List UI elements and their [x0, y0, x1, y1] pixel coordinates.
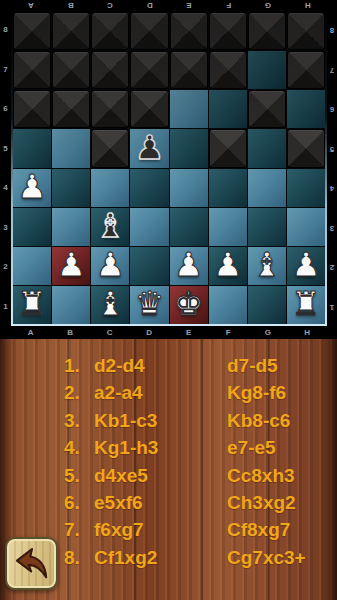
rank-label-6: 6 — [327, 89, 337, 129]
square-f4[interactable] — [209, 169, 247, 207]
move-row-4: 4.Kg1-h3e7-e5 — [64, 434, 337, 461]
rank-label-5: 5 — [327, 129, 337, 169]
file-labels-top: ABCDEFGH — [11, 0, 327, 10]
square-h3[interactable] — [287, 208, 325, 246]
file-label-g: G — [248, 326, 288, 339]
square-a3[interactable] — [13, 208, 51, 246]
piece-white-pawn: ♟ — [17, 170, 47, 205]
move-row-5: 5.d4xe5Cc8xh3 — [64, 462, 337, 489]
file-label-c: C — [90, 326, 130, 339]
file-label-h: H — [288, 0, 328, 10]
rank-label-4: 4 — [327, 168, 337, 208]
square-g7[interactable] — [248, 51, 286, 89]
square-c6[interactable] — [92, 91, 128, 127]
piece-white-pawn: ♟ — [291, 248, 321, 283]
square-d1[interactable]: ♛ — [130, 286, 168, 324]
square-d3[interactable] — [130, 208, 168, 246]
square-e4[interactable] — [170, 169, 208, 207]
square-h1[interactable]: ♜ — [287, 286, 325, 324]
square-f3[interactable] — [209, 208, 247, 246]
square-a6[interactable] — [14, 91, 50, 127]
square-h2[interactable]: ♟ — [287, 247, 325, 285]
piece-white-rook: ♜ — [17, 287, 47, 322]
square-e7[interactable] — [171, 52, 207, 88]
square-h7[interactable] — [288, 52, 324, 88]
move-row-7: 7.f6xg7Cf8xg7 — [64, 516, 337, 543]
square-d2[interactable] — [130, 247, 168, 285]
rank-labels-left: 87654321 — [0, 10, 11, 326]
white-move: Kb1-c3 — [94, 407, 227, 434]
black-move: Cg7xc3+ — [227, 544, 337, 571]
chess-app: ABCDEFGH 87654321 ♟♟♝♟♟♟♟♝♟♜♝♛♚♜ 8765432… — [0, 0, 337, 600]
piece-white-pawn: ♟ — [96, 248, 126, 283]
chess-board: ♟♟♝♟♟♟♟♝♟♜♝♛♚♜ — [13, 12, 325, 324]
square-c2[interactable]: ♟ — [91, 247, 129, 285]
file-label-e: E — [169, 326, 209, 339]
move-number: 3. — [64, 407, 94, 434]
square-e2[interactable]: ♟ — [170, 247, 208, 285]
square-c7[interactable] — [92, 52, 128, 88]
rank-label-3: 3 — [327, 208, 337, 248]
file-label-a: A — [11, 0, 51, 10]
black-move: Kb8-c6 — [227, 407, 337, 434]
rank-label-7: 7 — [0, 50, 11, 90]
square-f5[interactable] — [210, 130, 246, 166]
file-label-g: G — [248, 0, 288, 10]
move-number: 4. — [64, 434, 94, 461]
white-move: f6xg7 — [94, 516, 227, 543]
square-e1[interactable]: ♚ — [170, 286, 208, 324]
square-g1[interactable] — [248, 286, 286, 324]
square-f8[interactable] — [210, 13, 246, 49]
move-row-2: 2.a2-a4Kg8-f6 — [64, 379, 337, 406]
square-b1[interactable] — [52, 286, 90, 324]
square-a2[interactable] — [13, 247, 51, 285]
piece-white-king: ♚ — [174, 287, 204, 322]
piece-white-bishop: ♝ — [96, 287, 126, 322]
square-a4[interactable]: ♟ — [13, 169, 51, 207]
move-number: 7. — [64, 516, 94, 543]
file-label-h: H — [288, 326, 328, 339]
square-b7[interactable] — [53, 52, 89, 88]
square-b2[interactable]: ♟ — [52, 247, 90, 285]
file-label-a: A — [11, 326, 51, 339]
undo-arrow-icon — [12, 544, 52, 584]
black-move: Cc8xh3 — [227, 462, 337, 489]
rank-label-1: 1 — [327, 287, 337, 327]
square-b4[interactable] — [52, 169, 90, 207]
file-labels-bottom: ABCDEFGH — [11, 326, 327, 339]
square-h6[interactable] — [287, 90, 325, 128]
move-row-8: 8.Cf1xg2Cg7xc3+ — [64, 544, 337, 571]
square-g6[interactable] — [249, 91, 285, 127]
rank-label-7: 7 — [327, 50, 337, 90]
square-f6[interactable] — [209, 90, 247, 128]
black-move: d7-d5 — [227, 352, 337, 379]
square-d6[interactable] — [131, 91, 167, 127]
rank-labels-right: 87654321 — [327, 10, 337, 326]
file-label-f: F — [209, 0, 249, 10]
file-label-c: C — [90, 0, 130, 10]
piece-white-bishop: ♝ — [252, 248, 282, 283]
rank-label-5: 5 — [0, 129, 11, 169]
square-c3[interactable]: ♝ — [91, 208, 129, 246]
move-row-6: 6.e5xf6Ch3xg2 — [64, 489, 337, 516]
square-g2[interactable]: ♝ — [248, 247, 286, 285]
white-move: a2-a4 — [94, 379, 227, 406]
square-f2[interactable]: ♟ — [209, 247, 247, 285]
square-g3[interactable] — [248, 208, 286, 246]
move-number: 8. — [64, 544, 94, 571]
file-label-b: B — [51, 0, 91, 10]
square-h5[interactable] — [288, 130, 324, 166]
square-b3[interactable] — [52, 208, 90, 246]
file-label-b: B — [51, 326, 91, 339]
piece-white-pawn: ♟ — [56, 248, 86, 283]
piece-white-queen: ♛ — [135, 287, 165, 322]
move-list: 1.d2-d4d7-d52.a2-a4Kg8-f63.Kb1-c3Kb8-c64… — [64, 352, 337, 571]
piece-black-bishop: ♝ — [96, 209, 126, 244]
piece-white-pawn: ♟ — [213, 248, 243, 283]
black-move: Cf8xg7 — [227, 516, 337, 543]
file-label-d: D — [130, 326, 170, 339]
move-number: 1. — [64, 352, 94, 379]
rank-label-8: 8 — [0, 10, 11, 50]
square-c1[interactable]: ♝ — [91, 286, 129, 324]
square-b8[interactable] — [53, 13, 89, 49]
move-row-3: 3.Kb1-c3Kb8-c6 — [64, 407, 337, 434]
square-g4[interactable] — [248, 169, 286, 207]
move-number: 2. — [64, 379, 94, 406]
rank-label-2: 2 — [0, 247, 11, 287]
move-number: 5. — [64, 462, 94, 489]
square-h8[interactable] — [288, 13, 324, 49]
square-e8[interactable] — [171, 13, 207, 49]
rank-label-2: 2 — [327, 247, 337, 287]
square-d5[interactable]: ♟ — [130, 129, 168, 167]
file-label-e: E — [169, 0, 209, 10]
white-move: Kg1-h3 — [94, 434, 227, 461]
square-f7[interactable] — [210, 52, 246, 88]
rank-label-8: 8 — [327, 10, 337, 50]
square-h4[interactable] — [287, 169, 325, 207]
rank-label-6: 6 — [0, 89, 11, 129]
square-a7[interactable] — [14, 52, 50, 88]
black-move: e7-e5 — [227, 434, 337, 461]
square-e6[interactable] — [170, 90, 208, 128]
square-b6[interactable] — [53, 91, 89, 127]
square-d4[interactable] — [130, 169, 168, 207]
square-a1[interactable]: ♜ — [13, 286, 51, 324]
move-number: 6. — [64, 489, 94, 516]
white-move: d4xe5 — [94, 462, 227, 489]
board-zone: ABCDEFGH 87654321 ♟♟♝♟♟♟♟♝♟♜♝♛♚♜ 8765432… — [0, 0, 337, 339]
black-move: Ch3xg2 — [227, 489, 337, 516]
black-move: Kg8-f6 — [227, 379, 337, 406]
file-label-d: D — [130, 0, 170, 10]
back-button[interactable] — [5, 537, 58, 590]
move-row-1: 1.d2-d4d7-d5 — [64, 352, 337, 379]
white-move: d2-d4 — [94, 352, 227, 379]
square-a8[interactable] — [14, 13, 50, 49]
square-d8[interactable] — [131, 13, 167, 49]
square-e5[interactable] — [170, 129, 208, 167]
square-e3[interactable] — [170, 208, 208, 246]
square-f1[interactable] — [209, 286, 247, 324]
white-move: e5xf6 — [94, 489, 227, 516]
rank-label-1: 1 — [0, 287, 11, 327]
move-panel: 1.d2-d4d7-d52.a2-a4Kg8-f63.Kb1-c3Kb8-c64… — [0, 339, 337, 600]
square-a5[interactable] — [13, 129, 51, 167]
rank-label-4: 4 — [0, 168, 11, 208]
square-c5[interactable] — [92, 130, 128, 166]
square-c8[interactable] — [92, 13, 128, 49]
square-d7[interactable] — [131, 52, 167, 88]
board-frame-glow: ♟♟♝♟♟♟♟♝♟♜♝♛♚♜ — [11, 10, 327, 326]
piece-white-rook: ♜ — [291, 287, 321, 322]
square-c4[interactable] — [91, 169, 129, 207]
square-g5[interactable] — [248, 129, 286, 167]
square-g8[interactable] — [249, 13, 285, 49]
rank-label-3: 3 — [0, 208, 11, 248]
square-b5[interactable] — [52, 129, 90, 167]
file-label-f: F — [209, 326, 249, 339]
white-move: Cf1xg2 — [94, 544, 227, 571]
piece-white-pawn: ♟ — [174, 248, 204, 283]
piece-black-pawn: ♟ — [135, 131, 165, 166]
